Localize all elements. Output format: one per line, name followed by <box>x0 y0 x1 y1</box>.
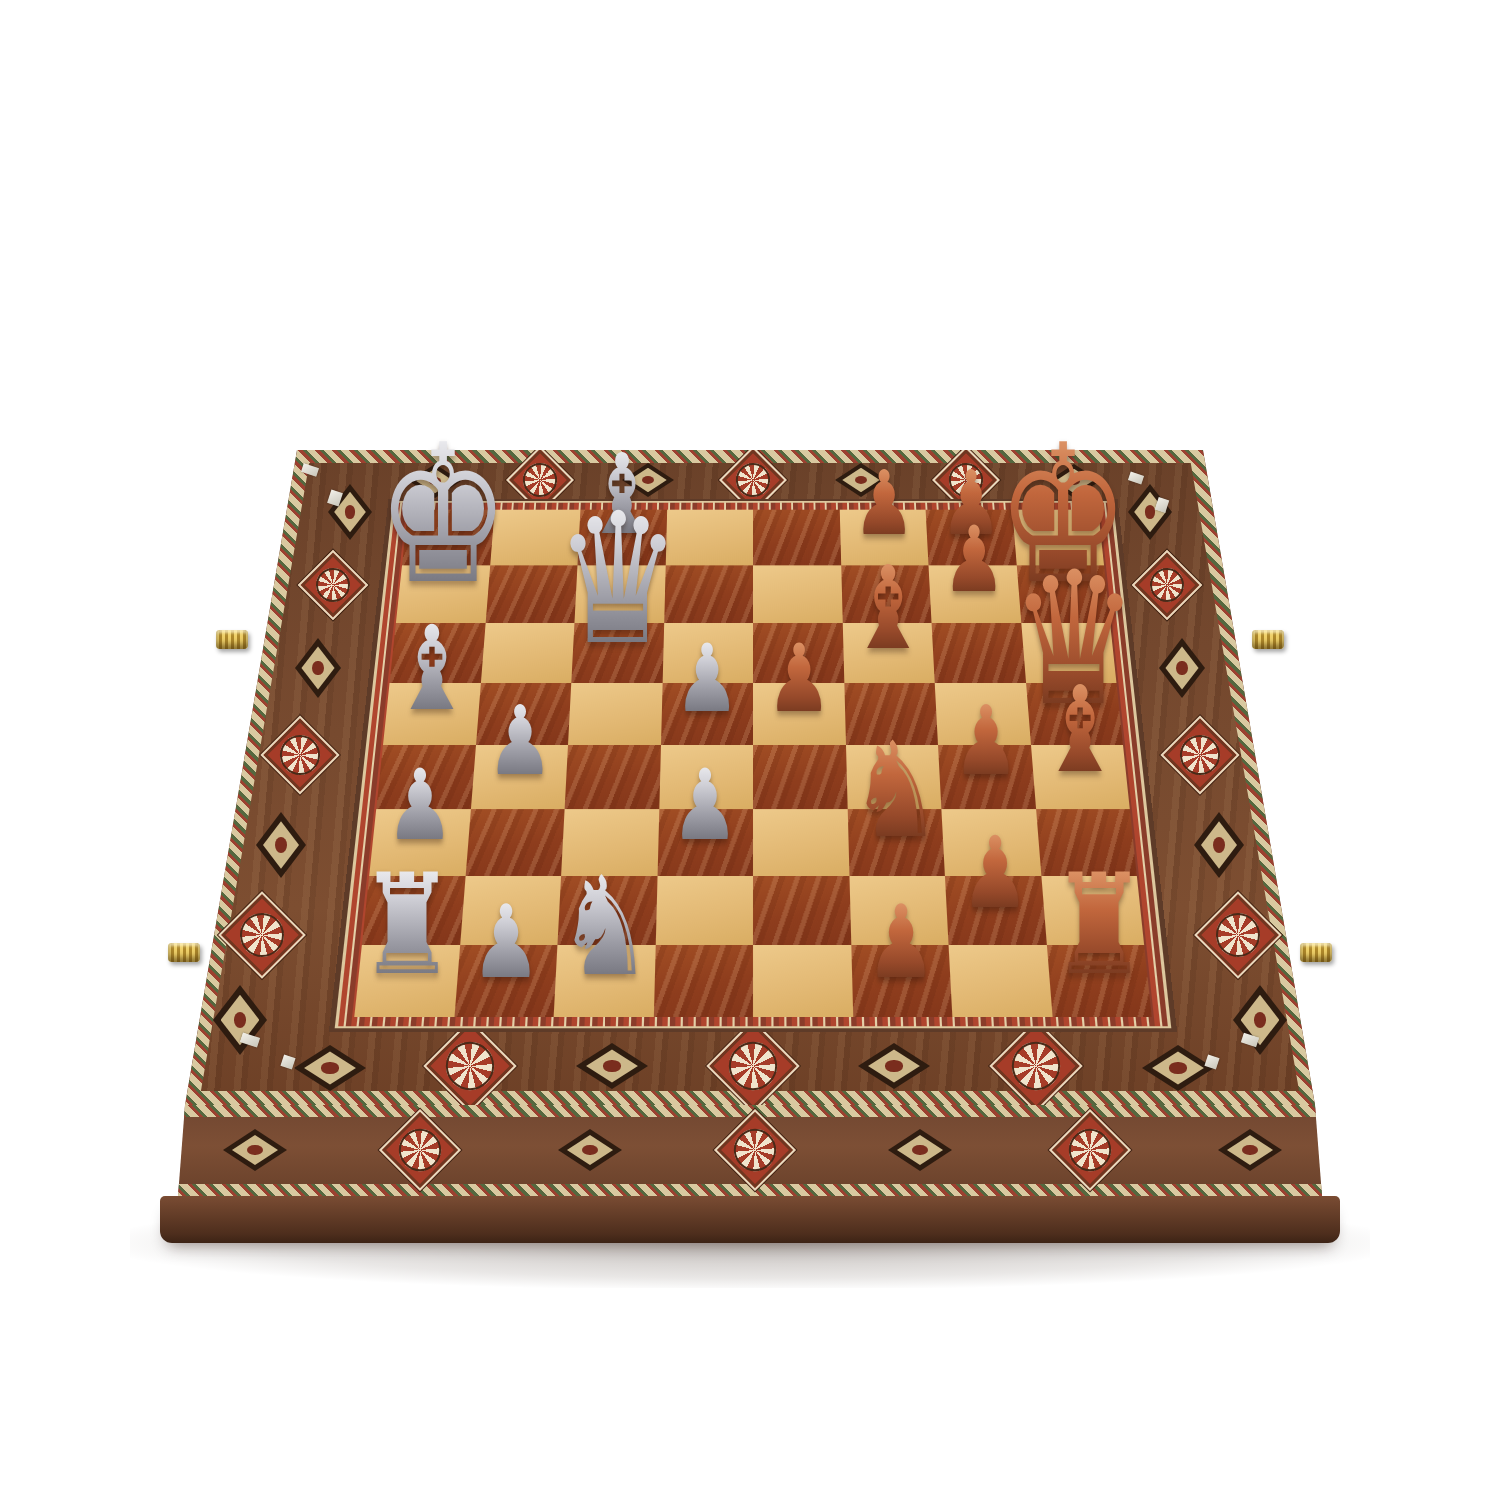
chess-set-photo: chess ♝♚♛♝♟♟♟♟♜♟♞♟♟♚♟♝♛♟♟♝♞♟♟♜ <box>0 0 1500 1500</box>
chess-piece-white-pawn-b4[interactable]: ♟ <box>486 693 553 789</box>
chess-piece-white-pawn-b1[interactable]: ♟ <box>471 892 542 993</box>
mosaic-star-core <box>1003 1033 1070 1100</box>
square-c5[interactable] <box>568 683 662 745</box>
mosaic-star-core <box>437 1033 504 1100</box>
mosaic-diamond-motif <box>1218 1129 1282 1171</box>
brass-knob[interactable] <box>1300 943 1332 962</box>
mosaic-diamond-motif <box>888 1129 952 1171</box>
mosaic-diamond-motif <box>223 1129 287 1171</box>
mosaic-diamond-dot <box>275 837 287 853</box>
chess-piece-black-pawn-f8[interactable]: ♟ <box>852 460 914 549</box>
chess-piece-black-pawn-g2[interactable]: ♟ <box>961 823 1030 922</box>
mosaic-star-core <box>391 1121 449 1179</box>
chess-piece-white-knight-c1[interactable]: ♞ <box>557 858 653 995</box>
mosaic-star-core <box>1207 904 1269 966</box>
mosaic-star-core <box>1142 560 1191 609</box>
mosaic-diamond-dot <box>1169 1062 1186 1073</box>
mosaic-diamond-dot <box>345 505 356 518</box>
chess-piece-white-king-a7[interactable]: ♚ <box>376 421 510 612</box>
mosaic-diamond-dot <box>1176 661 1187 675</box>
mosaic-diamond-dot <box>603 1060 620 1071</box>
square-g1[interactable] <box>949 945 1052 1017</box>
square-e7[interactable] <box>753 565 842 623</box>
box-front-face <box>178 1105 1322 1196</box>
mosaic-star-core <box>720 1033 787 1100</box>
square-d1[interactable] <box>653 945 753 1017</box>
chess-piece-white-pawn-d3[interactable]: ♟ <box>671 756 740 854</box>
chess-piece-white-pawn-a3[interactable]: ♟ <box>386 756 455 854</box>
square-d2[interactable] <box>655 876 753 945</box>
chess-piece-white-queen-c6[interactable]: ♛ <box>555 489 682 670</box>
mosaic-diamond-dot <box>582 1145 597 1155</box>
mosaic-diamond-motif <box>558 1129 622 1171</box>
square-e3[interactable] <box>753 809 849 876</box>
chess-piece-black-pawn-g4[interactable]: ♟ <box>953 693 1020 789</box>
mosaic-diamond-dot <box>1242 1145 1257 1155</box>
square-c4[interactable] <box>565 745 661 809</box>
mosaic-diamond-dot <box>247 1145 262 1155</box>
mosaic-star-core <box>231 904 293 966</box>
mosaic-star-core <box>729 456 776 503</box>
mosaic-star-medallion <box>379 1109 461 1191</box>
mosaic-star-medallion <box>714 1109 796 1191</box>
brass-knob[interactable] <box>216 630 248 649</box>
chess-piece-black-pawn-e5[interactable]: ♟ <box>766 631 832 725</box>
mosaic-diamond-dot <box>312 661 323 675</box>
square-b3[interactable] <box>465 809 564 876</box>
mosaic-star-core <box>1172 727 1228 783</box>
chess-piece-black-bishop-f6[interactable]: ♝ <box>848 551 928 666</box>
square-e2[interactable] <box>753 876 851 945</box>
chess-piece-white-rook-a1[interactable]: ♜ <box>359 856 456 995</box>
box-plinth <box>160 1196 1340 1243</box>
chess-piece-black-pawn-f1[interactable]: ♟ <box>866 892 937 993</box>
brass-knob[interactable] <box>1252 630 1284 649</box>
mosaic-diamond-dot <box>885 1060 902 1071</box>
square-e4[interactable] <box>753 745 847 809</box>
mosaic-star-core <box>272 727 328 783</box>
mosaic-diamond-dot <box>321 1062 338 1073</box>
mosaic-star-medallion <box>1049 1109 1131 1191</box>
mosaic-diamond-dot <box>912 1145 927 1155</box>
brass-knob[interactable] <box>168 943 200 962</box>
chess-piece-black-bishop-h4[interactable]: ♝ <box>1038 671 1121 790</box>
mosaic-star-core <box>1061 1121 1119 1179</box>
chess-piece-black-pawn-g7[interactable]: ♟ <box>942 515 1006 606</box>
square-e8[interactable] <box>753 510 841 566</box>
mosaic-star-core <box>308 560 357 609</box>
chess-piece-black-rook-h1[interactable]: ♜ <box>1050 856 1147 995</box>
square-e1[interactable] <box>753 945 853 1017</box>
mosaic-diamond-dot <box>1145 505 1156 518</box>
mosaic-diamond-dot <box>1213 837 1225 853</box>
mosaic-star-core <box>726 1121 784 1179</box>
chess-piece-white-pawn-d5[interactable]: ♟ <box>674 631 740 725</box>
chess-piece-black-knight-f3[interactable]: ♞ <box>849 724 941 856</box>
chess-piece-white-bishop-a5[interactable]: ♝ <box>391 610 473 727</box>
